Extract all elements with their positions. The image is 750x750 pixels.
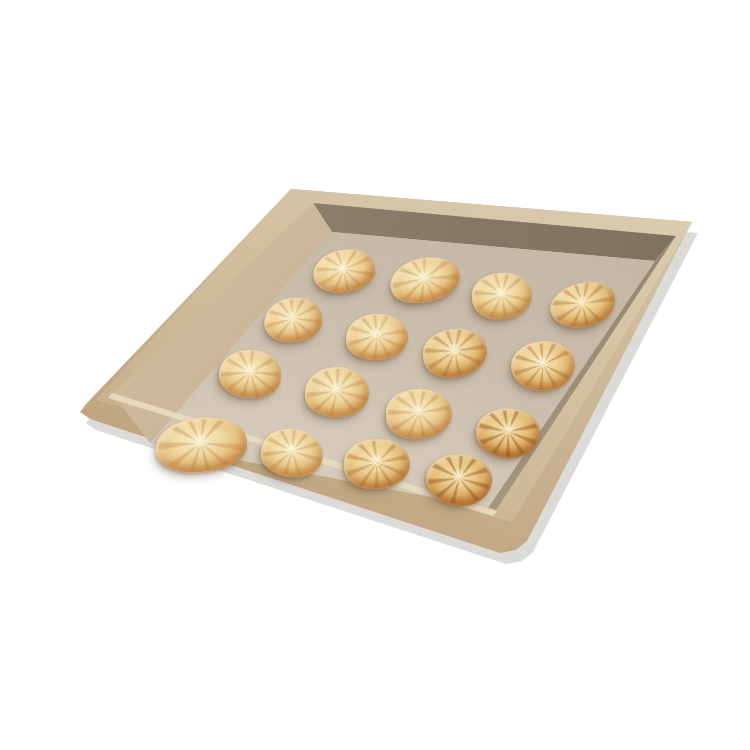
cookie-r2c2: [344, 311, 410, 362]
cookie-r2c3: [420, 325, 490, 381]
cookie-r4c3: [343, 438, 411, 490]
cookie-r4c4: [423, 450, 496, 511]
cookie-r1c3: [470, 271, 533, 321]
cookie-r3c3: [385, 388, 453, 440]
cookie-r2c4: [511, 341, 575, 391]
cookies-layer: [0, 0, 750, 750]
cookie-r1c2: [386, 250, 465, 310]
cookie-r2c1: [261, 294, 325, 346]
product-photo-baking-pan: [0, 0, 750, 750]
cookie-r1c1: [310, 245, 378, 297]
cookie-r1c4: [546, 277, 620, 334]
cookie-r4c1: [152, 413, 249, 476]
cookie-r3c2: [303, 365, 370, 419]
cookie-r3c4: [474, 405, 543, 461]
cookie-r4c2: [259, 426, 325, 479]
cookie-r3c1: [217, 348, 282, 400]
